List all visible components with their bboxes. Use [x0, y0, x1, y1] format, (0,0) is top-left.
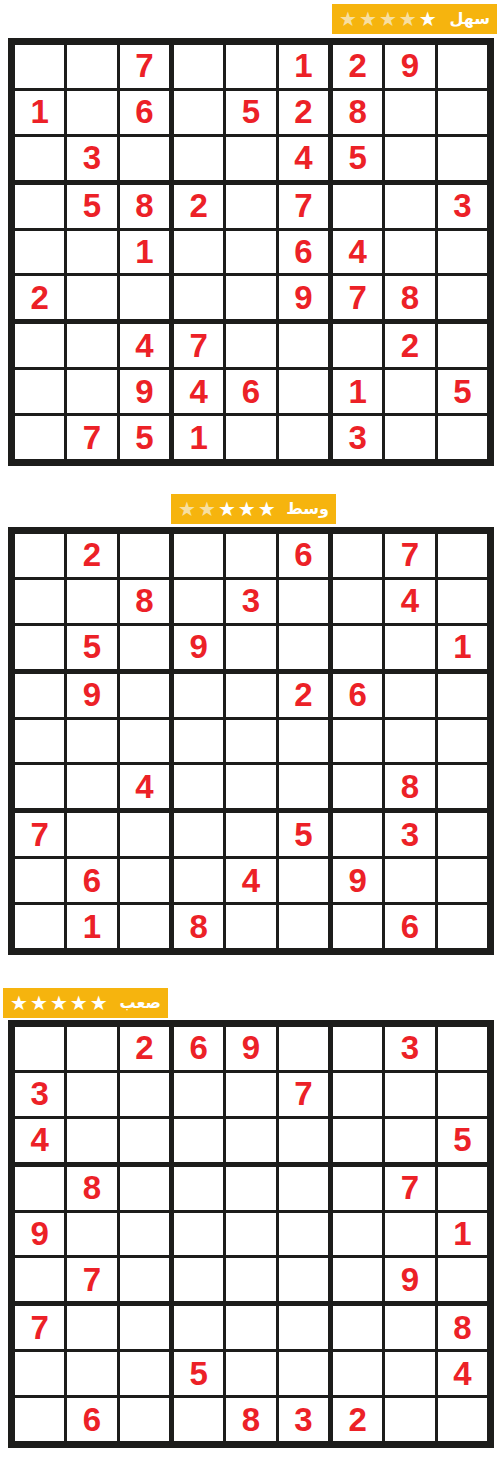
- cell-r6c8: 9: [385, 1258, 434, 1301]
- cell-r6c1: [15, 765, 64, 808]
- cell-r1c1: [15, 1027, 64, 1070]
- cell-r9c7: 2: [333, 1398, 382, 1441]
- cell-r7c4: 7: [174, 324, 223, 367]
- cell-r2c6: [279, 580, 328, 623]
- cell-r1c4: 6: [174, 1027, 223, 1070]
- cell-r7c2: [67, 324, 116, 367]
- cell-r5c8: [385, 720, 434, 763]
- cell-r9c9: [438, 1398, 487, 1441]
- cell-r7c3: [120, 813, 169, 856]
- cell-r2c3: 6: [120, 91, 169, 134]
- cell-r5c8: [385, 231, 434, 274]
- cell-r9c9: [438, 416, 487, 459]
- cell-r2c5: 3: [226, 580, 275, 623]
- cell-r7c4: [174, 1306, 223, 1349]
- cell-r8c6: [279, 859, 328, 902]
- cell-r4c9: [438, 674, 487, 717]
- cell-r9c8: 6: [385, 905, 434, 948]
- cell-r4c9: [438, 1167, 487, 1210]
- cell-r4c2: 9: [67, 674, 116, 717]
- cell-r3c7: 5: [333, 137, 382, 180]
- star-icon: ★: [399, 4, 417, 34]
- cell-r4c2: 8: [67, 1167, 116, 1210]
- cell-r8c4: 5: [174, 1352, 223, 1395]
- cell-r8c3: [120, 859, 169, 902]
- cell-r2c8: [385, 1073, 434, 1116]
- cell-r2c5: [226, 1073, 275, 1116]
- sudoku-box: 4975: [15, 324, 169, 459]
- cell-r5c6: [279, 1213, 328, 1256]
- cell-r3c8: [385, 626, 434, 669]
- cell-r8c4: 4: [174, 370, 223, 413]
- sudoku-box: 285: [15, 534, 169, 669]
- cell-r3c3: [120, 137, 169, 180]
- cell-r5c6: 6: [279, 231, 328, 274]
- cell-r1c6: 1: [279, 45, 328, 88]
- cell-r7c1: 7: [15, 1306, 64, 1349]
- cell-r7c6: [279, 1306, 328, 1349]
- cell-r3c4: [174, 137, 223, 180]
- cell-r7c2: [67, 1306, 116, 1349]
- cell-r5c2: [67, 231, 116, 274]
- cell-r8c3: 9: [120, 370, 169, 413]
- cell-r2c4: [174, 580, 223, 623]
- cell-r7c7: [333, 324, 382, 367]
- cell-r2c2: [67, 580, 116, 623]
- cell-r6c7: [333, 1258, 382, 1301]
- cell-r2c6: 7: [279, 1073, 328, 1116]
- difficulty-banner-easy: سهل ★★★★★: [332, 4, 497, 34]
- cell-r8c2: [67, 1352, 116, 1395]
- cell-r3c4: 9: [174, 626, 223, 669]
- cell-r1c6: [279, 1027, 328, 1070]
- cell-r7c7: [333, 813, 382, 856]
- cell-r9c5: [226, 905, 275, 948]
- cell-r7c6: 5: [279, 813, 328, 856]
- star-icon: ★: [178, 494, 196, 524]
- cell-r8c3: [120, 1352, 169, 1395]
- sudoku-grid-easy: 716315242985581227693478497574612153: [8, 38, 494, 466]
- cell-r1c9: [438, 45, 487, 88]
- cell-r3c2: [67, 1119, 116, 1162]
- cell-r7c8: [385, 1306, 434, 1349]
- cell-r6c2: [67, 276, 116, 319]
- cell-r2c2: [67, 1073, 116, 1116]
- cell-r6c2: 7: [67, 1258, 116, 1301]
- sudoku-box: 2985: [333, 45, 487, 180]
- cell-r7c6: [279, 324, 328, 367]
- cell-r7c5: [226, 1306, 275, 1349]
- sudoku-box: 2: [174, 674, 328, 809]
- cell-r3c9: 1: [438, 626, 487, 669]
- cell-r6c8: 8: [385, 765, 434, 808]
- cell-r8c1: [15, 370, 64, 413]
- cell-r4c4: [174, 674, 223, 717]
- cell-r6c5: [226, 1258, 275, 1301]
- cell-r1c8: 3: [385, 1027, 434, 1070]
- cell-r2c5: 5: [226, 91, 275, 134]
- cell-r3c4: [174, 1119, 223, 1162]
- cell-r6c7: [333, 765, 382, 808]
- cell-r8c8: [385, 370, 434, 413]
- sudoku-page: سهل ★★★★★ 716315242985581227693478497574…: [0, 0, 500, 1465]
- sudoku-box: 5812: [15, 185, 169, 320]
- cell-r4c8: [385, 674, 434, 717]
- cell-r1c3: 2: [120, 1027, 169, 1070]
- cell-r8c7: 9: [333, 859, 382, 902]
- cell-r2c9: [438, 91, 487, 134]
- cell-r5c4: [174, 720, 223, 763]
- cell-r4c8: [385, 185, 434, 228]
- cell-r4c5: [226, 674, 275, 717]
- sudoku-box: 897: [15, 1167, 169, 1302]
- cell-r5c7: 4: [333, 231, 382, 274]
- cell-r8c2: [67, 370, 116, 413]
- star-icon: ★: [258, 494, 276, 524]
- cell-r6c6: 9: [279, 276, 328, 319]
- cell-r7c9: [438, 324, 487, 367]
- sudoku-box: 7163: [15, 45, 169, 180]
- cell-r8c6: [279, 1352, 328, 1395]
- cell-r6c4: [174, 276, 223, 319]
- cell-r1c5: 9: [226, 1027, 275, 1070]
- cell-r1c7: [333, 1027, 382, 1070]
- cell-r2c7: [333, 1073, 382, 1116]
- cell-r4c5: [226, 1167, 275, 1210]
- star-icon: ★: [90, 988, 108, 1018]
- cell-r1c2: [67, 1027, 116, 1070]
- cell-r6c3: 4: [120, 765, 169, 808]
- cell-r7c4: [174, 813, 223, 856]
- cell-r1c7: [333, 534, 382, 577]
- cell-r1c4: [174, 45, 223, 88]
- cell-r6c2: [67, 765, 116, 808]
- sudoku-box: 7461: [174, 324, 328, 459]
- cell-r3c7: [333, 1119, 382, 1162]
- sudoku-box: 548: [174, 813, 328, 948]
- cell-r9c2: 1: [67, 905, 116, 948]
- cell-r9c6: 3: [279, 1398, 328, 1441]
- cell-r6c9: [438, 276, 487, 319]
- cell-r1c6: 6: [279, 534, 328, 577]
- cell-r4c7: [333, 185, 382, 228]
- cell-r9c7: [333, 905, 382, 948]
- cell-r3c8: [385, 137, 434, 180]
- cell-r7c8: 3: [385, 813, 434, 856]
- cell-r8c7: [333, 1352, 382, 1395]
- cell-r6c7: 7: [333, 276, 382, 319]
- star-rating: ★★★★★: [10, 988, 108, 1018]
- sudoku-box: 761: [15, 813, 169, 948]
- cell-r2c9: [438, 1073, 487, 1116]
- cell-r2c6: 2: [279, 91, 328, 134]
- cell-r2c4: [174, 1073, 223, 1116]
- cell-r6c5: [226, 276, 275, 319]
- cell-r2c8: [385, 91, 434, 134]
- difficulty-label: وسط: [286, 494, 329, 524]
- cell-r5c9: 1: [438, 1213, 487, 1256]
- cell-r3c9: 5: [438, 1119, 487, 1162]
- star-icon: ★: [30, 988, 48, 1018]
- cell-r5c7: [333, 1213, 382, 1256]
- cell-r3c9: [438, 137, 487, 180]
- cell-r2c7: [333, 580, 382, 623]
- cell-r3c6: [279, 626, 328, 669]
- cell-r5c5: [226, 1213, 275, 1256]
- sudoku-box: 842: [333, 1306, 487, 1441]
- cell-r4c7: 6: [333, 674, 382, 717]
- cell-r1c8: 7: [385, 534, 434, 577]
- star-icon: ★: [379, 4, 397, 34]
- cell-r5c8: [385, 1213, 434, 1256]
- cell-r7c9: [438, 813, 487, 856]
- cell-r8c6: [279, 370, 328, 413]
- cell-r5c1: [15, 231, 64, 274]
- cell-r8c7: 1: [333, 370, 382, 413]
- cell-r4c6: [279, 1167, 328, 1210]
- cell-r4c6: 2: [279, 674, 328, 717]
- cell-r5c4: [174, 1213, 223, 1256]
- cell-r5c4: [174, 231, 223, 274]
- sudoku-box: 741: [333, 534, 487, 669]
- cell-r2c1: 3: [15, 1073, 64, 1116]
- cell-r2c1: 1: [15, 91, 64, 134]
- cell-r6c6: [279, 765, 328, 808]
- sudoku-box: 3478: [333, 185, 487, 320]
- cell-r2c7: 8: [333, 91, 382, 134]
- cell-r5c1: 9: [15, 1213, 64, 1256]
- difficulty-banner-medium: وسط ★★★★★: [171, 494, 336, 524]
- cell-r1c2: [67, 45, 116, 88]
- cell-r7c3: [120, 1306, 169, 1349]
- cell-r6c9: [438, 765, 487, 808]
- cell-r4c8: 7: [385, 1167, 434, 1210]
- cell-r6c9: [438, 1258, 487, 1301]
- cell-r9c1: [15, 905, 64, 948]
- sudoku-box: 719: [333, 1167, 487, 1302]
- cell-r7c1: 7: [15, 813, 64, 856]
- difficulty-label: صعب: [120, 988, 161, 1018]
- cell-r3c2: 5: [67, 626, 116, 669]
- cell-r9c1: [15, 1398, 64, 1441]
- cell-r3c6: 4: [279, 137, 328, 180]
- cell-r1c5: [226, 534, 275, 577]
- cell-r2c9: [438, 580, 487, 623]
- cell-r3c1: 4: [15, 1119, 64, 1162]
- cell-r3c5: [226, 137, 275, 180]
- sudoku-box: 1524: [174, 45, 328, 180]
- cell-r9c1: [15, 416, 64, 459]
- cell-r8c5: 6: [226, 370, 275, 413]
- cell-r9c5: 8: [226, 1398, 275, 1441]
- cell-r1c3: [120, 534, 169, 577]
- star-icon: ★: [10, 988, 28, 1018]
- cell-r4c4: [174, 1167, 223, 1210]
- cell-r7c2: [67, 813, 116, 856]
- sudoku-box: 234: [15, 1027, 169, 1162]
- cell-r2c2: [67, 91, 116, 134]
- cell-r5c2: [67, 720, 116, 763]
- cell-r4c3: [120, 674, 169, 717]
- cell-r6c3: [120, 1258, 169, 1301]
- cell-r7c3: 4: [120, 324, 169, 367]
- cell-r5c5: [226, 231, 275, 274]
- cell-r5c1: [15, 720, 64, 763]
- star-icon: ★: [50, 988, 68, 1018]
- sudoku-box: 68: [333, 674, 487, 809]
- cell-r3c3: [120, 626, 169, 669]
- cell-r6c1: 2: [15, 276, 64, 319]
- cell-r3c6: [279, 1119, 328, 1162]
- cell-r3c3: [120, 1119, 169, 1162]
- cell-r9c8: [385, 416, 434, 459]
- sudoku-box: 2769: [174, 185, 328, 320]
- cell-r5c6: [279, 720, 328, 763]
- cell-r6c4: [174, 765, 223, 808]
- cell-r5c5: [226, 720, 275, 763]
- cell-r5c3: [120, 1213, 169, 1256]
- cell-r4c3: 8: [120, 185, 169, 228]
- cell-r7c9: 8: [438, 1306, 487, 1349]
- star-icon: ★: [339, 4, 357, 34]
- cell-r9c8: [385, 1398, 434, 1441]
- cell-r8c4: [174, 859, 223, 902]
- sudoku-box: 396: [333, 813, 487, 948]
- cell-r8c5: [226, 1352, 275, 1395]
- cell-r2c3: [120, 1073, 169, 1116]
- cell-r5c9: [438, 231, 487, 274]
- cell-r6c3: [120, 276, 169, 319]
- sudoku-box: 2153: [333, 324, 487, 459]
- cell-r8c9: 5: [438, 370, 487, 413]
- cell-r7c5: [226, 324, 275, 367]
- cell-r9c3: [120, 1398, 169, 1441]
- cell-r4c3: [120, 1167, 169, 1210]
- cell-r4c4: 2: [174, 185, 223, 228]
- cell-r9c2: 6: [67, 1398, 116, 1441]
- cell-r6c4: [174, 1258, 223, 1301]
- cell-r7c1: [15, 324, 64, 367]
- cell-r1c1: [15, 45, 64, 88]
- cell-r8c1: [15, 1352, 64, 1395]
- cell-r8c8: [385, 859, 434, 902]
- star-icon: ★: [238, 494, 256, 524]
- cell-r1c9: [438, 1027, 487, 1070]
- cell-r7c8: 2: [385, 324, 434, 367]
- cell-r1c9: [438, 534, 487, 577]
- cell-r6c8: 8: [385, 276, 434, 319]
- sudoku-grid-medium: 28563974194268761548396: [8, 527, 494, 955]
- cell-r3c5: [226, 626, 275, 669]
- cell-r5c3: [120, 720, 169, 763]
- cell-r4c2: 5: [67, 185, 116, 228]
- sudoku-box: 76: [15, 1306, 169, 1441]
- cell-r6c1: [15, 1258, 64, 1301]
- cell-r9c4: 8: [174, 905, 223, 948]
- cell-r3c1: [15, 626, 64, 669]
- cell-r9c5: [226, 416, 275, 459]
- cell-r2c8: 4: [385, 580, 434, 623]
- cell-r1c7: 2: [333, 45, 382, 88]
- cell-r9c6: [279, 905, 328, 948]
- cell-r7c7: [333, 1306, 382, 1349]
- cell-r4c7: [333, 1167, 382, 1210]
- difficulty-banner-hard: صعب ★★★★★: [3, 988, 168, 1018]
- cell-r4c1: [15, 1167, 64, 1210]
- cell-r5c7: [333, 720, 382, 763]
- sudoku-box: 697: [174, 1027, 328, 1162]
- cell-r8c1: [15, 859, 64, 902]
- cell-r4c9: 3: [438, 185, 487, 228]
- cell-r4c1: [15, 674, 64, 717]
- cell-r8c9: 4: [438, 1352, 487, 1395]
- cell-r1c2: 2: [67, 534, 116, 577]
- cell-r4c1: [15, 185, 64, 228]
- star-icon: ★: [218, 494, 236, 524]
- cell-r5c2: [67, 1213, 116, 1256]
- cell-r3c1: [15, 137, 64, 180]
- cell-r7c5: [226, 813, 275, 856]
- star-rating: ★★★★★: [339, 4, 437, 34]
- cell-r4c6: 7: [279, 185, 328, 228]
- cell-r9c3: [120, 905, 169, 948]
- cell-r1c8: 9: [385, 45, 434, 88]
- cell-r2c4: [174, 91, 223, 134]
- cell-r9c4: 1: [174, 416, 223, 459]
- cell-r5c9: [438, 720, 487, 763]
- cell-r8c8: [385, 1352, 434, 1395]
- star-rating: ★★★★★: [178, 494, 276, 524]
- cell-r3c2: 3: [67, 137, 116, 180]
- cell-r5c3: 1: [120, 231, 169, 274]
- cell-r2c1: [15, 580, 64, 623]
- star-icon: ★: [359, 4, 377, 34]
- cell-r9c3: 5: [120, 416, 169, 459]
- cell-r2c3: 8: [120, 580, 169, 623]
- cell-r3c7: [333, 626, 382, 669]
- cell-r9c2: 7: [67, 416, 116, 459]
- cell-r8c5: 4: [226, 859, 275, 902]
- cell-r9c4: [174, 1398, 223, 1441]
- cell-r8c9: [438, 859, 487, 902]
- cell-r3c5: [226, 1119, 275, 1162]
- sudoku-box: [174, 1167, 328, 1302]
- cell-r9c9: [438, 905, 487, 948]
- cell-r4c5: [226, 185, 275, 228]
- sudoku-box: 35: [333, 1027, 487, 1162]
- cell-r9c7: 3: [333, 416, 382, 459]
- cell-r1c5: [226, 45, 275, 88]
- difficulty-label: سهل: [449, 4, 490, 34]
- sudoku-box: 583: [174, 1306, 328, 1441]
- cell-r9c6: [279, 416, 328, 459]
- cell-r1c1: [15, 534, 64, 577]
- cell-r6c5: [226, 765, 275, 808]
- cell-r1c3: 7: [120, 45, 169, 88]
- cell-r3c8: [385, 1119, 434, 1162]
- sudoku-box: 94: [15, 674, 169, 809]
- cell-r8c2: 6: [67, 859, 116, 902]
- star-icon: ★: [198, 494, 216, 524]
- cell-r1c4: [174, 534, 223, 577]
- sudoku-box: 639: [174, 534, 328, 669]
- star-icon: ★: [419, 4, 437, 34]
- star-icon: ★: [70, 988, 88, 1018]
- cell-r6c6: [279, 1258, 328, 1301]
- sudoku-grid-hard: 2346973589771976583842: [8, 1020, 494, 1448]
